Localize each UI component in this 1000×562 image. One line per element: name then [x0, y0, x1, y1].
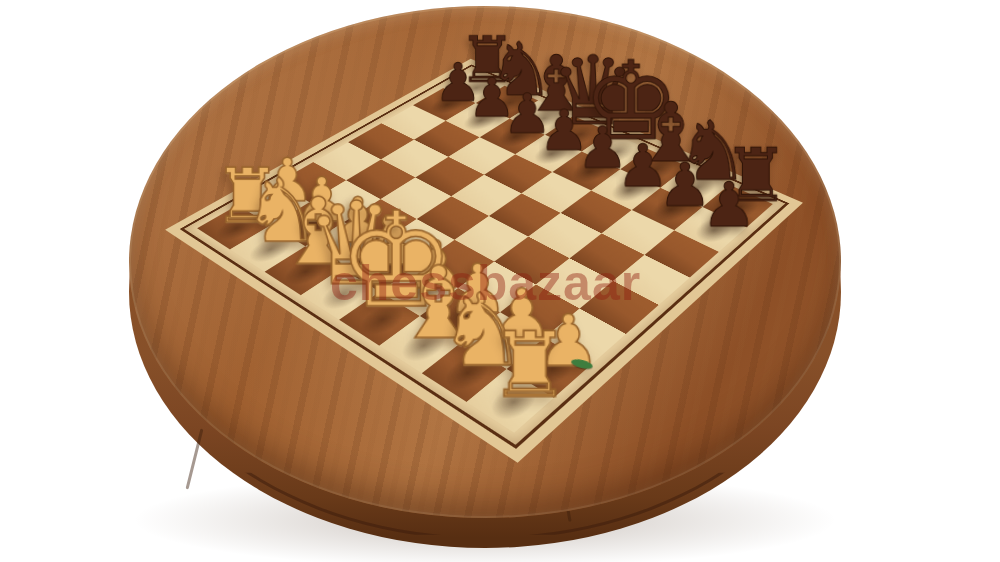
board-scene: ♜♟♟♜♞♟♟♞♝♟♟♝♛♟♟♛♚♟♟♚♝♟♟♝♞♟♟♞♜♟♟♜: [0, 0, 1000, 562]
board-frame: ♜♟♟♜♞♟♟♞♝♟♟♝♛♟♟♛♚♟♟♚♝♟♟♝♞♟♟♞♜♟♟♜: [180, 64, 790, 448]
board-tilt: ♜♟♟♜♞♟♟♞♝♟♟♝♛♟♟♛♚♟♟♚♝♟♟♝♞♟♟♞♜♟♟♜: [180, 64, 790, 448]
piece-black-pawn-h7: ♟: [701, 174, 756, 236]
product-photo: ♜♟♟♜♞♟♟♞♝♟♟♝♛♟♟♛♚♟♟♚♝♟♟♝♞♟♟♞♜♟♟♜ chessba…: [0, 0, 1000, 562]
board-grid: ♜♟♟♜♞♟♟♞♝♟♟♝♛♟♟♛♚♟♟♚♝♟♟♝♞♟♟♞♜♟♟♜: [197, 71, 773, 432]
piece-white-rook-h1: ♜: [489, 319, 570, 410]
